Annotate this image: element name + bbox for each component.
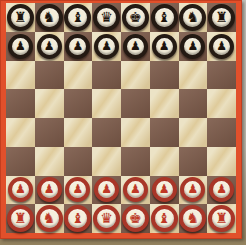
piece-black-rook[interactable]: ♜ [208, 4, 235, 31]
black-bishop-icon: ♝ [72, 10, 85, 24]
piece-black-pawn[interactable]: ♟ [123, 34, 148, 59]
square-h3[interactable] [207, 147, 236, 176]
piece-red-rook[interactable]: ♜ [208, 205, 235, 232]
square-b2[interactable]: ♟ [35, 176, 64, 205]
square-b8[interactable]: ♞ [35, 3, 64, 32]
square-c5[interactable] [64, 89, 93, 118]
black-knight-icon: ♞ [43, 10, 56, 24]
red-pawn-icon: ♟ [101, 183, 112, 195]
red-rook-icon: ♜ [215, 211, 228, 225]
black-king-icon: ♚ [129, 10, 142, 24]
square-c4[interactable] [64, 118, 93, 147]
piece-red-rook[interactable]: ♜ [7, 205, 34, 232]
piece-black-pawn[interactable]: ♟ [180, 34, 205, 59]
square-h5[interactable] [207, 89, 236, 118]
red-bishop-icon: ♝ [158, 211, 171, 225]
piece-black-pawn[interactable]: ♟ [37, 34, 62, 59]
piece-red-bishop[interactable]: ♝ [151, 205, 178, 232]
red-pawn-icon: ♟ [44, 183, 55, 195]
red-knight-icon: ♞ [187, 211, 200, 225]
square-h1[interactable]: ♜ [207, 204, 236, 233]
black-pawn-icon: ♟ [101, 40, 112, 52]
piece-red-queen[interactable]: ♛ [93, 205, 120, 232]
piece-black-bishop[interactable]: ♝ [151, 4, 178, 31]
square-b7[interactable]: ♟ [35, 32, 64, 61]
piece-red-pawn[interactable]: ♟ [94, 177, 119, 202]
square-f1[interactable]: ♝ [150, 204, 179, 233]
square-c8[interactable]: ♝ [64, 3, 93, 32]
square-f3[interactable] [150, 147, 179, 176]
piece-black-knight[interactable]: ♞ [179, 4, 206, 31]
square-h4[interactable] [207, 118, 236, 147]
piece-red-knight[interactable]: ♞ [179, 205, 206, 232]
black-pawn-icon: ♟ [44, 40, 55, 52]
red-pawn-icon: ♟ [159, 183, 170, 195]
square-h8[interactable]: ♜ [207, 3, 236, 32]
black-pawn-icon: ♟ [216, 40, 227, 52]
red-pawn-icon: ♟ [72, 183, 83, 195]
square-e2[interactable]: ♟ [121, 176, 150, 205]
square-b6[interactable] [35, 61, 64, 90]
black-pawn-icon: ♟ [72, 40, 83, 52]
red-queen-icon: ♛ [100, 211, 113, 225]
square-d5[interactable] [92, 89, 121, 118]
square-d4[interactable] [92, 118, 121, 147]
square-c2[interactable]: ♟ [64, 176, 93, 205]
piece-red-pawn[interactable]: ♟ [152, 177, 177, 202]
square-d1[interactable]: ♛ [92, 204, 121, 233]
square-e5[interactable] [121, 89, 150, 118]
square-g1[interactable]: ♞ [179, 204, 208, 233]
piece-red-bishop[interactable]: ♝ [64, 205, 91, 232]
red-king-icon: ♚ [129, 211, 142, 225]
piece-red-pawn[interactable]: ♟ [8, 177, 33, 202]
square-a8[interactable]: ♜ [6, 3, 35, 32]
piece-red-pawn[interactable]: ♟ [180, 177, 205, 202]
square-c3[interactable] [64, 147, 93, 176]
red-pawn-icon: ♟ [130, 183, 141, 195]
square-a5[interactable] [6, 89, 35, 118]
square-d2[interactable]: ♟ [92, 176, 121, 205]
square-h7[interactable]: ♟ [207, 32, 236, 61]
square-g4[interactable] [179, 118, 208, 147]
square-g2[interactable]: ♟ [179, 176, 208, 205]
square-b1[interactable]: ♞ [35, 204, 64, 233]
piece-black-bishop[interactable]: ♝ [64, 4, 91, 31]
red-pawn-icon: ♟ [187, 183, 198, 195]
red-bishop-icon: ♝ [72, 211, 85, 225]
square-b5[interactable] [35, 89, 64, 118]
piece-red-pawn[interactable]: ♟ [209, 177, 234, 202]
square-a2[interactable]: ♟ [6, 176, 35, 205]
square-c1[interactable]: ♝ [64, 204, 93, 233]
black-bishop-icon: ♝ [158, 10, 171, 24]
red-knight-icon: ♞ [43, 211, 56, 225]
square-d7[interactable]: ♟ [92, 32, 121, 61]
square-a4[interactable] [6, 118, 35, 147]
piece-black-pawn[interactable]: ♟ [94, 34, 119, 59]
square-h2[interactable]: ♟ [207, 176, 236, 205]
piece-red-pawn[interactable]: ♟ [37, 177, 62, 202]
piece-black-pawn[interactable]: ♟ [65, 34, 90, 59]
piece-black-king[interactable]: ♚ [122, 4, 149, 31]
square-a7[interactable]: ♟ [6, 32, 35, 61]
square-a1[interactable]: ♜ [6, 204, 35, 233]
square-a3[interactable] [6, 147, 35, 176]
square-g7[interactable]: ♟ [179, 32, 208, 61]
photo-background: ♜♞♝♛♚♝♞♜♟♟♟♟♟♟♟♟♟♟♟♟♟♟♟♟♜♞♝♛♚♝♞♜ [0, 0, 246, 245]
square-e8[interactable]: ♚ [121, 3, 150, 32]
square-d6[interactable] [92, 61, 121, 90]
black-pawn-icon: ♟ [159, 40, 170, 52]
piece-black-pawn[interactable]: ♟ [8, 34, 33, 59]
square-f5[interactable] [150, 89, 179, 118]
square-e6[interactable] [121, 61, 150, 90]
square-b4[interactable] [35, 118, 64, 147]
piece-black-pawn[interactable]: ♟ [152, 34, 177, 59]
square-f8[interactable]: ♝ [150, 3, 179, 32]
black-pawn-icon: ♟ [130, 40, 141, 52]
red-pawn-icon: ♟ [15, 183, 26, 195]
square-a6[interactable] [6, 61, 35, 90]
red-rook-icon: ♜ [14, 211, 27, 225]
piece-red-pawn[interactable]: ♟ [123, 177, 148, 202]
square-g5[interactable] [179, 89, 208, 118]
chess-board: ♜♞♝♛♚♝♞♜♟♟♟♟♟♟♟♟♟♟♟♟♟♟♟♟♜♞♝♛♚♝♞♜ [0, 0, 242, 239]
square-f2[interactable]: ♟ [150, 176, 179, 205]
piece-black-pawn[interactable]: ♟ [209, 34, 234, 59]
black-pawn-icon: ♟ [15, 40, 26, 52]
black-rook-icon: ♜ [215, 10, 228, 24]
square-h6[interactable] [207, 61, 236, 90]
square-g8[interactable]: ♞ [179, 3, 208, 32]
piece-red-king[interactable]: ♚ [122, 205, 149, 232]
square-e3[interactable] [121, 147, 150, 176]
black-rook-icon: ♜ [14, 10, 27, 24]
piece-red-pawn[interactable]: ♟ [65, 177, 90, 202]
piece-black-rook[interactable]: ♜ [7, 4, 34, 31]
square-c6[interactable] [64, 61, 93, 90]
square-g3[interactable] [179, 147, 208, 176]
square-e1[interactable]: ♚ [121, 204, 150, 233]
piece-black-knight[interactable]: ♞ [36, 4, 63, 31]
piece-black-queen[interactable]: ♛ [93, 4, 120, 31]
square-d8[interactable]: ♛ [92, 3, 121, 32]
piece-red-knight[interactable]: ♞ [36, 205, 63, 232]
square-g6[interactable] [179, 61, 208, 90]
black-pawn-icon: ♟ [187, 40, 198, 52]
board-grid: ♜♞♝♛♚♝♞♜♟♟♟♟♟♟♟♟♟♟♟♟♟♟♟♟♜♞♝♛♚♝♞♜ [6, 3, 236, 233]
square-f4[interactable] [150, 118, 179, 147]
black-queen-icon: ♛ [100, 10, 113, 24]
square-f6[interactable] [150, 61, 179, 90]
square-e4[interactable] [121, 118, 150, 147]
red-pawn-icon: ♟ [216, 183, 227, 195]
black-knight-icon: ♞ [187, 10, 200, 24]
square-d3[interactable] [92, 147, 121, 176]
square-c7[interactable]: ♟ [64, 32, 93, 61]
square-e7[interactable]: ♟ [121, 32, 150, 61]
square-f7[interactable]: ♟ [150, 32, 179, 61]
square-b3[interactable] [35, 147, 64, 176]
